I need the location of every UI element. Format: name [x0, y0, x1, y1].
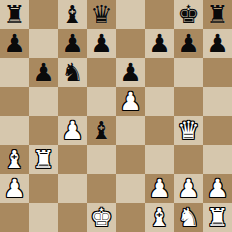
square-e5[interactable]: ♟ [116, 87, 145, 116]
piece-black-queen[interactable]: ♛ [90, 0, 112, 29]
piece-black-pawn[interactable]: ♟ [177, 29, 199, 58]
square-b6[interactable]: ♟ [29, 58, 58, 87]
square-g1[interactable]: ♞ [174, 203, 203, 232]
square-d6[interactable] [87, 58, 116, 87]
square-b7[interactable] [29, 29, 58, 58]
piece-white-rook[interactable]: ♜ [206, 203, 228, 232]
square-g2[interactable]: ♟ [174, 174, 203, 203]
piece-black-pawn[interactable]: ♟ [3, 29, 25, 58]
square-g7[interactable]: ♟ [174, 29, 203, 58]
piece-white-pawn[interactable]: ♟ [119, 87, 141, 116]
square-g4[interactable]: ♛ [174, 116, 203, 145]
square-b8[interactable] [29, 0, 58, 29]
piece-white-pawn[interactable]: ♟ [177, 174, 199, 203]
square-c6[interactable]: ♞ [58, 58, 87, 87]
square-h8[interactable]: ♜ [203, 0, 232, 29]
square-b1[interactable] [29, 203, 58, 232]
square-h6[interactable] [203, 58, 232, 87]
piece-white-bishop[interactable]: ♝ [3, 145, 25, 174]
square-b2[interactable] [29, 174, 58, 203]
square-c7[interactable]: ♟ [58, 29, 87, 58]
piece-white-rook[interactable]: ♜ [32, 145, 54, 174]
square-h7[interactable]: ♟ [203, 29, 232, 58]
square-c4[interactable]: ♟ [58, 116, 87, 145]
square-e3[interactable] [116, 145, 145, 174]
piece-white-pawn[interactable]: ♟ [206, 174, 228, 203]
square-f4[interactable] [145, 116, 174, 145]
square-f2[interactable]: ♟ [145, 174, 174, 203]
piece-black-pawn[interactable]: ♟ [61, 29, 83, 58]
square-a5[interactable] [0, 87, 29, 116]
square-g8[interactable]: ♚ [174, 0, 203, 29]
square-a1[interactable] [0, 203, 29, 232]
square-c1[interactable] [58, 203, 87, 232]
piece-black-pawn[interactable]: ♟ [90, 29, 112, 58]
square-c8[interactable]: ♝ [58, 0, 87, 29]
square-f5[interactable] [145, 87, 174, 116]
piece-black-bishop[interactable]: ♝ [90, 116, 112, 145]
piece-white-queen[interactable]: ♛ [177, 116, 199, 145]
square-f6[interactable] [145, 58, 174, 87]
square-e1[interactable] [116, 203, 145, 232]
square-c5[interactable] [58, 87, 87, 116]
piece-white-king[interactable]: ♚ [90, 203, 112, 232]
square-a6[interactable] [0, 58, 29, 87]
piece-black-king[interactable]: ♚ [177, 0, 199, 29]
square-a3[interactable]: ♝ [0, 145, 29, 174]
square-a7[interactable]: ♟ [0, 29, 29, 58]
square-h4[interactable] [203, 116, 232, 145]
square-g5[interactable] [174, 87, 203, 116]
square-h2[interactable]: ♟ [203, 174, 232, 203]
square-e8[interactable] [116, 0, 145, 29]
square-g3[interactable] [174, 145, 203, 174]
square-d3[interactable] [87, 145, 116, 174]
square-e4[interactable] [116, 116, 145, 145]
piece-black-rook[interactable]: ♜ [206, 0, 228, 29]
piece-white-pawn[interactable]: ♟ [148, 174, 170, 203]
square-f1[interactable]: ♝ [145, 203, 174, 232]
piece-black-pawn[interactable]: ♟ [32, 58, 54, 87]
square-e6[interactable]: ♟ [116, 58, 145, 87]
square-f7[interactable]: ♟ [145, 29, 174, 58]
square-a4[interactable] [0, 116, 29, 145]
piece-white-pawn[interactable]: ♟ [61, 116, 83, 145]
square-d8[interactable]: ♛ [87, 0, 116, 29]
piece-black-pawn[interactable]: ♟ [119, 58, 141, 87]
piece-white-knight[interactable]: ♞ [177, 203, 199, 232]
piece-black-bishop[interactable]: ♝ [61, 0, 83, 29]
square-b3[interactable]: ♜ [29, 145, 58, 174]
piece-black-pawn[interactable]: ♟ [148, 29, 170, 58]
square-a8[interactable]: ♜ [0, 0, 29, 29]
piece-black-rook[interactable]: ♜ [3, 0, 25, 29]
square-b4[interactable] [29, 116, 58, 145]
piece-black-pawn[interactable]: ♟ [206, 29, 228, 58]
square-c3[interactable] [58, 145, 87, 174]
chess-board: ♜♝♛♚♜♟♟♟♟♟♟♟♞♟♟♟♝♛♝♜♟♟♟♟♚♝♞♜ [0, 0, 232, 232]
square-h3[interactable] [203, 145, 232, 174]
square-d2[interactable] [87, 174, 116, 203]
square-e2[interactable] [116, 174, 145, 203]
square-g6[interactable] [174, 58, 203, 87]
square-d4[interactable]: ♝ [87, 116, 116, 145]
square-b5[interactable] [29, 87, 58, 116]
square-f3[interactable] [145, 145, 174, 174]
square-d1[interactable]: ♚ [87, 203, 116, 232]
square-d5[interactable] [87, 87, 116, 116]
square-h5[interactable] [203, 87, 232, 116]
piece-white-bishop[interactable]: ♝ [148, 203, 170, 232]
square-e7[interactable] [116, 29, 145, 58]
square-c2[interactable] [58, 174, 87, 203]
square-h1[interactable]: ♜ [203, 203, 232, 232]
square-a2[interactable]: ♟ [0, 174, 29, 203]
piece-black-knight[interactable]: ♞ [61, 58, 83, 87]
piece-white-pawn[interactable]: ♟ [3, 174, 25, 203]
square-f8[interactable] [145, 0, 174, 29]
square-d7[interactable]: ♟ [87, 29, 116, 58]
